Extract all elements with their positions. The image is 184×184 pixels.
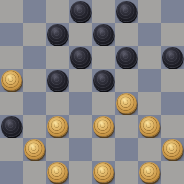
square-r3c3-light[interactable]: [69, 69, 92, 92]
square-30[interactable]: [46, 161, 69, 184]
square-r0c2-light[interactable]: [46, 0, 69, 23]
square-r7c7-light[interactable]: [161, 161, 184, 184]
square-r5c3-light[interactable]: [69, 115, 92, 138]
square-6[interactable]: [46, 23, 69, 46]
black-checker[interactable]: [116, 1, 137, 22]
black-checker[interactable]: [162, 47, 183, 68]
square-11[interactable]: [115, 46, 138, 69]
square-r0c6-light[interactable]: [138, 0, 161, 23]
square-25[interactable]: [23, 138, 46, 161]
square-r2c4-light[interactable]: [92, 46, 115, 69]
square-31[interactable]: [92, 161, 115, 184]
square-16[interactable]: [138, 69, 161, 92]
square-21[interactable]: [0, 115, 23, 138]
square-r4c6-light[interactable]: [138, 92, 161, 115]
square-r6c0-light[interactable]: [0, 138, 23, 161]
square-r7c5-light[interactable]: [115, 161, 138, 184]
square-22[interactable]: [46, 115, 69, 138]
square-r5c7-light[interactable]: [161, 115, 184, 138]
square-32[interactable]: [138, 161, 161, 184]
square-r2c2-light[interactable]: [46, 46, 69, 69]
black-checker[interactable]: [47, 70, 68, 91]
square-r0c0-light[interactable]: [0, 0, 23, 23]
black-checker[interactable]: [116, 47, 137, 68]
square-r6c6-light[interactable]: [138, 138, 161, 161]
square-24[interactable]: [138, 115, 161, 138]
checkers-board: [0, 0, 184, 184]
square-5[interactable]: [0, 23, 23, 46]
gold-checker[interactable]: [47, 116, 68, 137]
square-r0c4-light[interactable]: [92, 0, 115, 23]
square-12[interactable]: [161, 46, 184, 69]
square-r7c1-light[interactable]: [23, 161, 46, 184]
gold-checker[interactable]: [139, 162, 160, 183]
black-checker[interactable]: [93, 24, 114, 45]
square-r1c7-light[interactable]: [161, 23, 184, 46]
square-4[interactable]: [161, 0, 184, 23]
square-r6c2-light[interactable]: [46, 138, 69, 161]
square-1[interactable]: [23, 0, 46, 23]
gold-checker[interactable]: [139, 116, 160, 137]
square-20[interactable]: [161, 92, 184, 115]
black-checker[interactable]: [70, 1, 91, 22]
square-r2c0-light[interactable]: [0, 46, 23, 69]
square-28[interactable]: [161, 138, 184, 161]
gold-checker[interactable]: [47, 162, 68, 183]
square-13[interactable]: [0, 69, 23, 92]
square-r5c1-light[interactable]: [23, 115, 46, 138]
square-23[interactable]: [92, 115, 115, 138]
black-checker[interactable]: [47, 24, 68, 45]
gold-checker[interactable]: [93, 116, 114, 137]
gold-checker[interactable]: [162, 139, 183, 160]
square-7[interactable]: [92, 23, 115, 46]
gold-checker[interactable]: [93, 162, 114, 183]
gold-checker[interactable]: [24, 139, 45, 160]
square-r2c6-light[interactable]: [138, 46, 161, 69]
square-19[interactable]: [115, 92, 138, 115]
black-checker[interactable]: [1, 116, 22, 137]
square-r7c3-light[interactable]: [69, 161, 92, 184]
gold-checker[interactable]: [116, 93, 137, 114]
square-10[interactable]: [69, 46, 92, 69]
square-18[interactable]: [69, 92, 92, 115]
square-3[interactable]: [115, 0, 138, 23]
square-r5c5-light[interactable]: [115, 115, 138, 138]
square-r1c1-light[interactable]: [23, 23, 46, 46]
square-17[interactable]: [23, 92, 46, 115]
square-26[interactable]: [69, 138, 92, 161]
square-r4c2-light[interactable]: [46, 92, 69, 115]
square-r4c4-light[interactable]: [92, 92, 115, 115]
square-r3c7-light[interactable]: [161, 69, 184, 92]
square-15[interactable]: [92, 69, 115, 92]
gold-checker[interactable]: [1, 70, 22, 91]
black-checker[interactable]: [70, 47, 91, 68]
square-29[interactable]: [0, 161, 23, 184]
square-14[interactable]: [46, 69, 69, 92]
square-r4c0-light[interactable]: [0, 92, 23, 115]
square-r6c4-light[interactable]: [92, 138, 115, 161]
square-9[interactable]: [23, 46, 46, 69]
square-27[interactable]: [115, 138, 138, 161]
square-8[interactable]: [138, 23, 161, 46]
black-checker[interactable]: [93, 70, 114, 91]
square-2[interactable]: [69, 0, 92, 23]
square-r3c5-light[interactable]: [115, 69, 138, 92]
square-r1c5-light[interactable]: [115, 23, 138, 46]
square-r1c3-light[interactable]: [69, 23, 92, 46]
square-r3c1-light[interactable]: [23, 69, 46, 92]
